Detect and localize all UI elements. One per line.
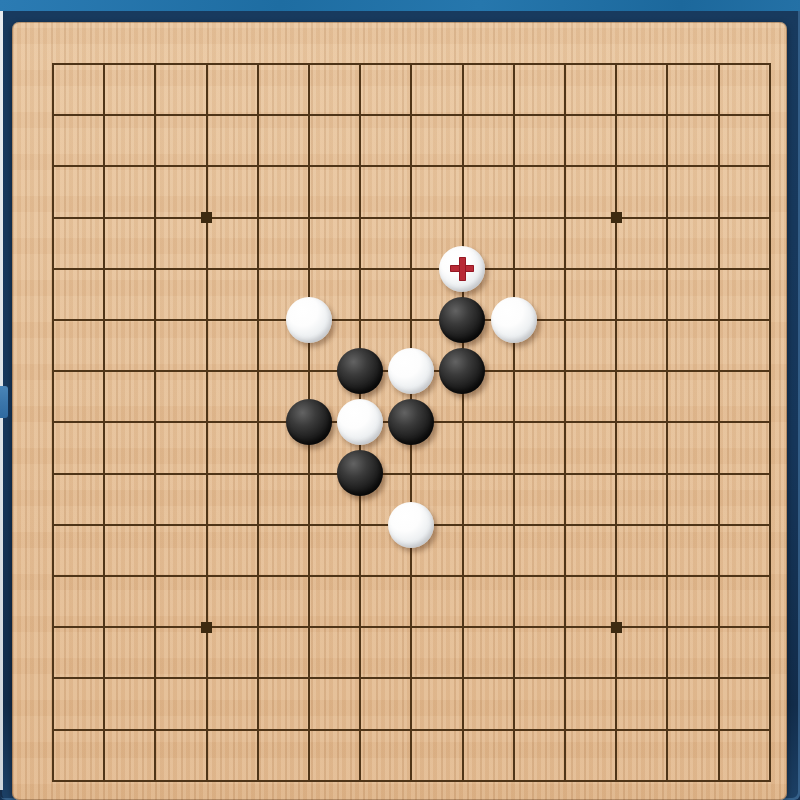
star-point [611, 212, 622, 223]
stone-white [491, 297, 537, 343]
stone-white [388, 502, 434, 548]
stone-black [388, 399, 434, 445]
board-grid [27, 38, 795, 800]
gomoku-board[interactable] [12, 22, 787, 800]
star-point [201, 622, 212, 633]
stone-white-last-move [439, 246, 485, 292]
stone-white [337, 399, 383, 445]
stone-white [286, 297, 332, 343]
stone-black [439, 297, 485, 343]
app-window [0, 0, 800, 800]
stone-black [337, 348, 383, 394]
top-window-strip [0, 0, 800, 11]
stone-black [439, 348, 485, 394]
board-frame [0, 9, 800, 800]
star-point [611, 622, 622, 633]
stone-black [337, 450, 383, 496]
stone-black [286, 399, 332, 445]
star-point [201, 212, 212, 223]
left-edge-tab [0, 386, 8, 418]
stone-white [388, 348, 434, 394]
